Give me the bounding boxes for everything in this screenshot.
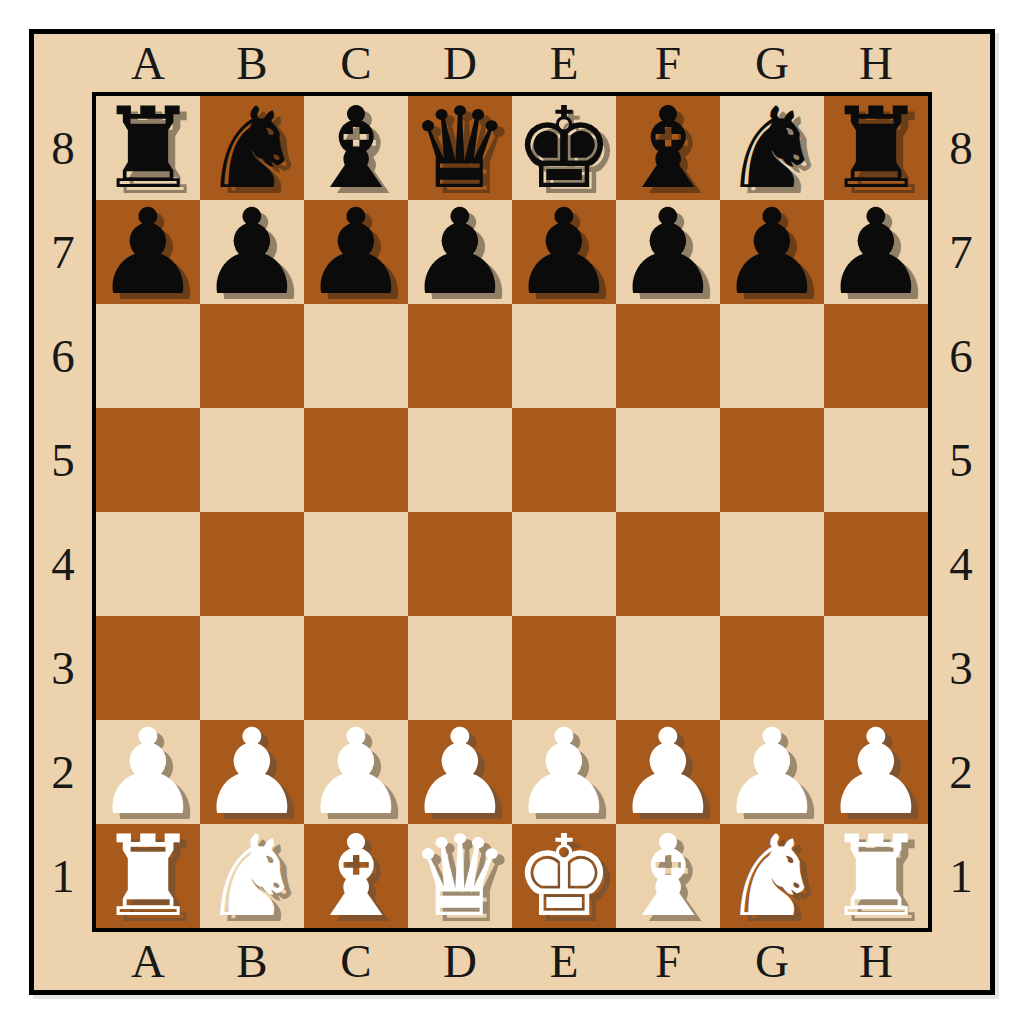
square-c1[interactable]: ♝ <box>304 824 408 928</box>
piece-white-rook-h1[interactable]: ♜ <box>826 820 926 932</box>
rank-label-1: 1 <box>51 853 75 900</box>
file-label-d: D <box>443 40 477 87</box>
file-label-h: H <box>859 938 893 985</box>
file-label-e: E <box>550 938 579 985</box>
square-h7[interactable]: ♟ <box>824 200 928 304</box>
rank-label-7: 7 <box>949 229 973 276</box>
rank-labels-left: 87654321 <box>34 92 92 932</box>
rank-label-2: 2 <box>51 749 75 796</box>
square-f7[interactable]: ♟ <box>616 200 720 304</box>
chessboard: ♜♞♝♛♚♝♞♜♟♟♟♟♟♟♟♟♟♟♟♟♟♟♟♟♜♞♝♛♚♝♞♜ <box>92 92 932 932</box>
file-label-b: B <box>236 938 267 985</box>
file-label-g: G <box>755 938 789 985</box>
rank-label-5: 5 <box>949 437 973 484</box>
square-b6[interactable] <box>200 304 304 408</box>
piece-white-knight-b1[interactable]: ♞ <box>202 820 302 932</box>
square-d1[interactable]: ♛ <box>408 824 512 928</box>
rank-label-6: 6 <box>949 333 973 380</box>
square-a7[interactable]: ♟ <box>96 200 200 304</box>
file-label-a: A <box>131 938 165 985</box>
rank-label-4: 4 <box>51 541 75 588</box>
square-b7[interactable]: ♟ <box>200 200 304 304</box>
square-e2[interactable]: ♟ <box>512 720 616 824</box>
square-b2[interactable]: ♟ <box>200 720 304 824</box>
piece-white-bishop-f1[interactable]: ♝ <box>618 820 718 932</box>
piece-white-king-e1[interactable]: ♚ <box>514 820 614 932</box>
rank-label-3: 3 <box>51 645 75 692</box>
rank-label-7: 7 <box>51 229 75 276</box>
square-h6[interactable] <box>824 304 928 408</box>
piece-white-queen-d1[interactable]: ♛ <box>410 820 510 932</box>
square-f2[interactable]: ♟ <box>616 720 720 824</box>
square-a6[interactable] <box>96 304 200 408</box>
rank-label-1: 1 <box>949 853 973 900</box>
square-d7[interactable]: ♟ <box>408 200 512 304</box>
square-f1[interactable]: ♝ <box>616 824 720 928</box>
square-h4[interactable] <box>824 512 928 616</box>
square-g4[interactable] <box>720 512 824 616</box>
square-e7[interactable]: ♟ <box>512 200 616 304</box>
piece-black-pawn-h7[interactable]: ♟ <box>823 193 929 311</box>
rank-label-5: 5 <box>51 437 75 484</box>
piece-black-pawn-b7[interactable]: ♟ <box>199 193 305 311</box>
square-f5[interactable] <box>616 408 720 512</box>
square-b5[interactable] <box>200 408 304 512</box>
square-d4[interactable] <box>408 512 512 616</box>
square-b4[interactable] <box>200 512 304 616</box>
piece-black-pawn-c7[interactable]: ♟ <box>303 193 409 311</box>
square-b1[interactable]: ♞ <box>200 824 304 928</box>
square-e1[interactable]: ♚ <box>512 824 616 928</box>
square-c7[interactable]: ♟ <box>304 200 408 304</box>
rank-label-4: 4 <box>949 541 973 588</box>
square-f6[interactable] <box>616 304 720 408</box>
square-f4[interactable] <box>616 512 720 616</box>
piece-black-pawn-e7[interactable]: ♟ <box>511 193 617 311</box>
file-label-c: C <box>340 40 371 87</box>
rank-label-8: 8 <box>51 125 75 172</box>
square-a2[interactable]: ♟ <box>96 720 200 824</box>
square-h5[interactable] <box>824 408 928 512</box>
square-g1[interactable]: ♞ <box>720 824 824 928</box>
square-a1[interactable]: ♜ <box>96 824 200 928</box>
file-label-f: F <box>655 40 681 87</box>
piece-black-pawn-g7[interactable]: ♟ <box>719 193 825 311</box>
square-d5[interactable] <box>408 408 512 512</box>
file-label-g: G <box>755 40 789 87</box>
square-e6[interactable] <box>512 304 616 408</box>
piece-black-pawn-a7[interactable]: ♟ <box>95 193 201 311</box>
square-d2[interactable]: ♟ <box>408 720 512 824</box>
square-a4[interactable] <box>96 512 200 616</box>
square-h2[interactable]: ♟ <box>824 720 928 824</box>
file-label-f: F <box>655 938 681 985</box>
square-c4[interactable] <box>304 512 408 616</box>
piece-white-rook-a1[interactable]: ♜ <box>98 820 198 932</box>
square-h1[interactable]: ♜ <box>824 824 928 928</box>
rank-label-6: 6 <box>51 333 75 380</box>
chessboard-frame: ABCDEFGH 87654321 ♜♞♝♛♚♝♞♜♟♟♟♟♟♟♟♟♟♟♟♟♟♟… <box>29 29 995 995</box>
file-label-b: B <box>236 40 267 87</box>
square-c5[interactable] <box>304 408 408 512</box>
rank-labels-right: 87654321 <box>932 92 990 932</box>
square-c6[interactable] <box>304 304 408 408</box>
file-label-d: D <box>443 938 477 985</box>
piece-black-pawn-d7[interactable]: ♟ <box>407 193 513 311</box>
file-label-a: A <box>131 40 165 87</box>
piece-white-knight-g1[interactable]: ♞ <box>722 820 822 932</box>
file-label-c: C <box>340 938 371 985</box>
square-e4[interactable] <box>512 512 616 616</box>
file-label-e: E <box>550 40 579 87</box>
square-a5[interactable] <box>96 408 200 512</box>
page: ABCDEFGH 87654321 ♜♞♝♛♚♝♞♜♟♟♟♟♟♟♟♟♟♟♟♟♟♟… <box>0 0 1024 1024</box>
square-g6[interactable] <box>720 304 824 408</box>
square-c2[interactable]: ♟ <box>304 720 408 824</box>
rank-label-2: 2 <box>949 749 973 796</box>
piece-black-pawn-f7[interactable]: ♟ <box>615 193 721 311</box>
file-label-h: H <box>859 40 893 87</box>
square-e5[interactable] <box>512 408 616 512</box>
piece-white-bishop-c1[interactable]: ♝ <box>306 820 406 932</box>
rank-label-3: 3 <box>949 645 973 692</box>
square-d6[interactable] <box>408 304 512 408</box>
square-g5[interactable] <box>720 408 824 512</box>
rank-label-8: 8 <box>949 125 973 172</box>
square-g2[interactable]: ♟ <box>720 720 824 824</box>
square-g7[interactable]: ♟ <box>720 200 824 304</box>
